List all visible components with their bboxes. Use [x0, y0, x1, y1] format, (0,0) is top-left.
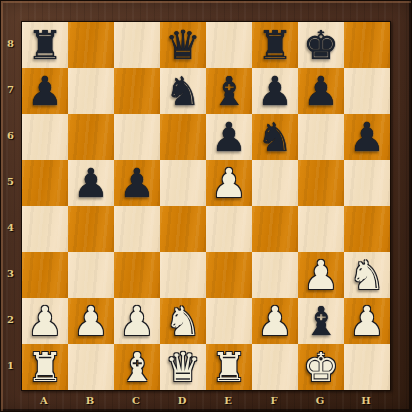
- rank-label-6: 6: [0, 113, 21, 159]
- square-e7[interactable]: ♝: [206, 68, 252, 114]
- file-label-h: H: [343, 391, 389, 412]
- square-f6[interactable]: ♞: [252, 114, 298, 160]
- square-c6[interactable]: [114, 114, 160, 160]
- square-h3[interactable]: ♞: [344, 252, 390, 298]
- file-label-g: G: [297, 391, 343, 412]
- square-a6[interactable]: [22, 114, 68, 160]
- square-e2[interactable]: [206, 298, 252, 344]
- square-a4[interactable]: [22, 206, 68, 252]
- square-d3[interactable]: [160, 252, 206, 298]
- square-f2[interactable]: ♟: [252, 298, 298, 344]
- white-queen[interactable]: ♛: [160, 344, 206, 390]
- square-a1[interactable]: ♜: [22, 344, 68, 390]
- white-pawn[interactable]: ♟: [206, 160, 252, 206]
- black-pawn[interactable]: ♟: [114, 160, 160, 206]
- square-a2[interactable]: ♟: [22, 298, 68, 344]
- square-b6[interactable]: [68, 114, 114, 160]
- square-g1[interactable]: ♚: [298, 344, 344, 390]
- black-rook[interactable]: ♜: [252, 22, 298, 68]
- file-label-a: A: [21, 391, 67, 412]
- square-g6[interactable]: [298, 114, 344, 160]
- white-knight[interactable]: ♞: [160, 298, 206, 344]
- square-h2[interactable]: ♟: [344, 298, 390, 344]
- square-e5[interactable]: ♟: [206, 160, 252, 206]
- black-pawn[interactable]: ♟: [344, 114, 390, 160]
- square-h4[interactable]: [344, 206, 390, 252]
- square-g3[interactable]: ♟: [298, 252, 344, 298]
- square-d6[interactable]: [160, 114, 206, 160]
- square-d5[interactable]: [160, 160, 206, 206]
- square-e3[interactable]: [206, 252, 252, 298]
- white-rook[interactable]: ♜: [22, 344, 68, 390]
- white-pawn[interactable]: ♟: [252, 298, 298, 344]
- square-f4[interactable]: [252, 206, 298, 252]
- square-c4[interactable]: [114, 206, 160, 252]
- rank-label-5: 5: [0, 159, 21, 205]
- black-pawn[interactable]: ♟: [22, 68, 68, 114]
- file-label-f: F: [251, 391, 297, 412]
- square-b3[interactable]: [68, 252, 114, 298]
- square-b4[interactable]: [68, 206, 114, 252]
- square-h5[interactable]: [344, 160, 390, 206]
- square-g5[interactable]: [298, 160, 344, 206]
- square-c8[interactable]: [114, 22, 160, 68]
- square-c5[interactable]: ♟: [114, 160, 160, 206]
- square-d4[interactable]: [160, 206, 206, 252]
- black-king[interactable]: ♚: [298, 22, 344, 68]
- square-e4[interactable]: [206, 206, 252, 252]
- board-frame: ♜♛♜♚♟♞♝♟♟♟♞♟♟♟♟♟♞♟♟♟♞♟♝♟♜♝♛♜♚ 87654321 A…: [0, 0, 412, 412]
- square-h1[interactable]: [344, 344, 390, 390]
- rank-label-7: 7: [0, 67, 21, 113]
- white-king[interactable]: ♚: [298, 344, 344, 390]
- rank-label-8: 8: [0, 21, 21, 67]
- square-c3[interactable]: [114, 252, 160, 298]
- black-bishop[interactable]: ♝: [298, 298, 344, 344]
- white-rook[interactable]: ♜: [206, 344, 252, 390]
- square-e1[interactable]: ♜: [206, 344, 252, 390]
- rank-label-2: 2: [0, 297, 21, 343]
- file-label-d: D: [159, 391, 205, 412]
- black-pawn[interactable]: ♟: [206, 114, 252, 160]
- square-f7[interactable]: ♟: [252, 68, 298, 114]
- square-d8[interactable]: ♛: [160, 22, 206, 68]
- square-h6[interactable]: ♟: [344, 114, 390, 160]
- square-h7[interactable]: [344, 68, 390, 114]
- square-d2[interactable]: ♞: [160, 298, 206, 344]
- square-a8[interactable]: ♜: [22, 22, 68, 68]
- white-knight[interactable]: ♞: [344, 252, 390, 298]
- square-g4[interactable]: [298, 206, 344, 252]
- white-pawn[interactable]: ♟: [68, 298, 114, 344]
- square-h8[interactable]: [344, 22, 390, 68]
- square-b5[interactable]: ♟: [68, 160, 114, 206]
- square-g7[interactable]: ♟: [298, 68, 344, 114]
- square-d7[interactable]: ♞: [160, 68, 206, 114]
- square-b2[interactable]: ♟: [68, 298, 114, 344]
- white-bishop[interactable]: ♝: [114, 344, 160, 390]
- white-pawn[interactable]: ♟: [344, 298, 390, 344]
- square-f8[interactable]: ♜: [252, 22, 298, 68]
- square-a3[interactable]: [22, 252, 68, 298]
- white-pawn[interactable]: ♟: [22, 298, 68, 344]
- square-b8[interactable]: [68, 22, 114, 68]
- square-c7[interactable]: [114, 68, 160, 114]
- chess-board: ♜♛♜♚♟♞♝♟♟♟♞♟♟♟♟♟♞♟♟♟♞♟♝♟♜♝♛♜♚: [21, 21, 391, 391]
- black-bishop[interactable]: ♝: [206, 68, 252, 114]
- white-pawn[interactable]: ♟: [114, 298, 160, 344]
- rank-label-4: 4: [0, 205, 21, 251]
- rank-label-3: 3: [0, 251, 21, 297]
- square-f1[interactable]: [252, 344, 298, 390]
- square-b7[interactable]: [68, 68, 114, 114]
- square-e6[interactable]: ♟: [206, 114, 252, 160]
- square-d1[interactable]: ♛: [160, 344, 206, 390]
- black-pawn[interactable]: ♟: [68, 160, 114, 206]
- black-queen[interactable]: ♛: [160, 22, 206, 68]
- black-rook[interactable]: ♜: [22, 22, 68, 68]
- black-knight[interactable]: ♞: [252, 114, 298, 160]
- square-c2[interactable]: ♟: [114, 298, 160, 344]
- black-pawn[interactable]: ♟: [252, 68, 298, 114]
- rank-label-1: 1: [0, 343, 21, 389]
- square-b1[interactable]: [68, 344, 114, 390]
- white-pawn[interactable]: ♟: [298, 252, 344, 298]
- square-e8[interactable]: [206, 22, 252, 68]
- square-a7[interactable]: ♟: [22, 68, 68, 114]
- black-knight[interactable]: ♞: [160, 68, 206, 114]
- square-g8[interactable]: ♚: [298, 22, 344, 68]
- file-label-c: C: [113, 391, 159, 412]
- file-label-e: E: [205, 391, 251, 412]
- square-c1[interactable]: ♝: [114, 344, 160, 390]
- square-g2[interactable]: ♝: [298, 298, 344, 344]
- square-f5[interactable]: [252, 160, 298, 206]
- square-a5[interactable]: [22, 160, 68, 206]
- square-f3[interactable]: [252, 252, 298, 298]
- black-pawn[interactable]: ♟: [298, 68, 344, 114]
- file-label-b: B: [67, 391, 113, 412]
